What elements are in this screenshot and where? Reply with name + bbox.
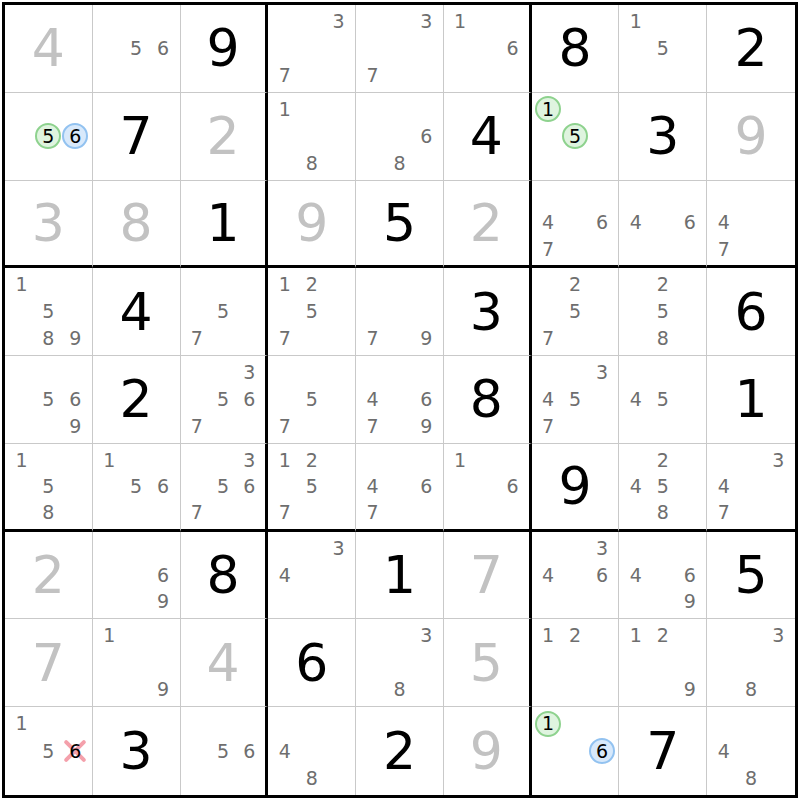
candidate-position: 5: [35, 123, 62, 150]
candidate-position: 8: [35, 499, 62, 525]
candidate-position: [271, 589, 298, 616]
candidate: 4: [542, 390, 554, 409]
candidate-position: [386, 386, 413, 413]
candidate-position: [123, 447, 150, 473]
cell-r1c4[interactable]: 37: [268, 5, 356, 93]
cell-r2c1[interactable]: 56: [5, 93, 93, 181]
candidate-position: [123, 62, 150, 89]
candidate-position: [325, 562, 352, 589]
candidate-position: [271, 535, 298, 562]
candidate-position: 7: [535, 413, 562, 440]
candidate-grid: 37: [268, 5, 355, 92]
cell-r7c5[interactable]: 1: [356, 532, 444, 620]
cell-r2c6[interactable]: 4: [444, 93, 532, 181]
candidate-position: [150, 649, 177, 676]
candidate-grid: 79: [356, 268, 443, 355]
cell-r4c6[interactable]: 3: [444, 268, 532, 356]
candidate-position: [535, 271, 562, 298]
candidate-position: [649, 184, 676, 210]
candidate-position: [184, 271, 210, 298]
cell-r9c5[interactable]: 2: [356, 707, 444, 795]
candidate: 6: [684, 213, 696, 232]
candidate-position: [96, 589, 123, 616]
candidate-position: 7: [359, 413, 386, 440]
candidate: 8: [306, 769, 318, 788]
candidate-position: [8, 737, 35, 764]
candidate-position: 3: [765, 447, 792, 473]
candidate-position: [35, 447, 62, 473]
candidate-position: [649, 649, 676, 676]
cell-r4c9[interactable]: 6: [707, 268, 795, 356]
cell-value: 9: [707, 93, 795, 180]
candidate: 6: [684, 566, 696, 585]
cell-r8c9[interactable]: 38: [707, 619, 795, 707]
candidate-position: [325, 325, 352, 352]
candidate-green-circle: 5: [562, 123, 588, 149]
candidate-position: [765, 710, 792, 737]
cell-value: 2: [707, 5, 795, 92]
candidate-position: 2: [562, 622, 589, 649]
candidate-position: [271, 35, 298, 62]
cell-r8c4[interactable]: 6: [268, 619, 356, 707]
cell-r2c7[interactable]: 15: [532, 93, 620, 181]
candidate: 1: [103, 451, 115, 470]
cell-r1c2[interactable]: 56: [93, 5, 181, 93]
cell-r9c1[interactable]: 156: [5, 707, 93, 795]
candidate: 3: [243, 451, 255, 470]
candidate-position: [649, 535, 676, 562]
candidate-position: [589, 184, 616, 210]
cell-r8c6[interactable]: 5: [444, 619, 532, 707]
candidate-position: [325, 96, 352, 123]
cell-r8c5[interactable]: 38: [356, 619, 444, 707]
candidate-position: [765, 649, 792, 676]
cell-r4c3[interactable]: 57: [181, 268, 269, 356]
cell-r7c6[interactable]: 7: [444, 532, 532, 620]
cell-value: 3: [619, 93, 706, 180]
candidate-position: 7: [271, 413, 298, 440]
cell-r5c2[interactable]: 2: [93, 356, 181, 444]
candidate-position: 5: [35, 298, 62, 325]
candidate-position: 7: [271, 325, 298, 352]
cell-r7c3[interactable]: 8: [181, 532, 269, 620]
candidate-position: [413, 298, 440, 325]
candidate-position: [62, 765, 89, 792]
candidate-position: [210, 765, 236, 792]
candidate-grid: 347: [707, 444, 795, 529]
cell-r8c2[interactable]: 19: [93, 619, 181, 707]
candidate-position: [765, 737, 792, 764]
cell-r2c9[interactable]: 9: [707, 93, 795, 181]
candidate-position: [325, 765, 352, 792]
candidate-position: [210, 271, 236, 298]
candidate-position: [737, 236, 764, 262]
cell-r3c6[interactable]: 2: [444, 181, 532, 269]
cell-r5c9[interactable]: 1: [707, 356, 795, 444]
candidate-position: 7: [535, 236, 562, 262]
candidate-position: [236, 271, 262, 298]
candidate-position: 8: [386, 150, 413, 177]
candidate: 2: [657, 626, 669, 645]
candidate-position: 5: [649, 35, 676, 62]
cell-r7c8[interactable]: 469: [619, 532, 707, 620]
cell-r5c3[interactable]: 3567: [181, 356, 269, 444]
candidate-grid: 1589: [5, 268, 92, 355]
candidate: 3: [772, 451, 784, 470]
candidate-position: 1: [447, 8, 473, 35]
candidate-position: [271, 765, 298, 792]
cell-r1c1[interactable]: 4: [5, 5, 93, 93]
cell-r9c9[interactable]: 48: [707, 707, 795, 795]
cell-r9c3[interactable]: 56: [181, 707, 269, 795]
cell-r3c8[interactable]: 46: [619, 181, 707, 269]
candidate-position: [386, 35, 413, 62]
candidate-position: [8, 765, 35, 792]
candidate: 7: [367, 417, 379, 436]
candidate-position: [765, 473, 792, 499]
candidate-position: [62, 710, 89, 737]
candidate-position: [499, 8, 525, 35]
candidate-position: [676, 359, 703, 386]
candidate-position: [8, 150, 35, 177]
candidate-position: [8, 96, 35, 123]
cell-r3c9[interactable]: 47: [707, 181, 795, 269]
cell-r2c4[interactable]: 18: [268, 93, 356, 181]
cell-r2c2[interactable]: 7: [93, 93, 181, 181]
candidate-position: [184, 765, 210, 792]
candidate: 8: [745, 769, 757, 788]
cell-r6c2[interactable]: 156: [93, 444, 181, 532]
candidate: 7: [542, 417, 554, 436]
candidate-position: [535, 150, 562, 177]
candidate-position: [96, 562, 123, 589]
candidate-position: [35, 413, 62, 440]
cell-r7c7[interactable]: 346: [532, 532, 620, 620]
candidate-position: [184, 447, 210, 473]
cell-value: 9: [181, 5, 266, 92]
candidate: 5: [657, 302, 669, 321]
cell-r8c7[interactable]: 12: [532, 619, 620, 707]
candidate-position: [676, 271, 703, 298]
candidate: 5: [306, 477, 318, 496]
candidate-position: 5: [649, 298, 676, 325]
candidate-position: [765, 184, 792, 210]
candidate-position: [535, 765, 562, 792]
candidate-position: [562, 649, 589, 676]
candidate-position: [499, 447, 525, 473]
candidate-position: [298, 413, 325, 440]
candidate-position: [96, 8, 123, 35]
candidate-position: 6: [413, 473, 440, 499]
candidate-position: [325, 359, 352, 386]
cell-r6c8[interactable]: 2458: [619, 444, 707, 532]
cell-r4c8[interactable]: 258: [619, 268, 707, 356]
candidate-position: 6: [236, 386, 262, 413]
candidate-position: [325, 271, 352, 298]
candidate-position: [473, 499, 499, 525]
cell-r6c9[interactable]: 347: [707, 444, 795, 532]
cell-r1c8[interactable]: 15: [619, 5, 707, 93]
candidate-position: 8: [298, 150, 325, 177]
candidate-position: [535, 589, 562, 616]
candidate: 9: [157, 680, 169, 699]
candidate-position: [123, 562, 150, 589]
candidate: 4: [630, 566, 642, 585]
cell-value: 1: [356, 532, 443, 619]
cell-r3c3[interactable]: 1: [181, 181, 269, 269]
candidate: 4: [542, 213, 554, 232]
cell-r8c3[interactable]: 4: [181, 619, 269, 707]
candidate-position: [298, 62, 325, 89]
candidate: 2: [306, 451, 318, 470]
cell-r9c2[interactable]: 3: [93, 707, 181, 795]
candidate-grid: 56: [93, 5, 180, 92]
candidate-position: 9: [413, 413, 440, 440]
candidate: 5: [569, 390, 581, 409]
cell-r3c5[interactable]: 5: [356, 181, 444, 269]
candidate-position: [359, 447, 386, 473]
candidate-position: [236, 710, 262, 737]
cell-r1c9[interactable]: 2: [707, 5, 795, 93]
candidate-position: [499, 62, 525, 89]
candidate-position: [271, 123, 298, 150]
candidate-position: 6: [62, 123, 89, 150]
candidate-position: 6: [413, 123, 440, 150]
cell-value: 7: [93, 93, 180, 180]
candidate-position: 7: [271, 499, 298, 525]
candidate-position: [622, 447, 649, 473]
candidate-position: 8: [649, 499, 676, 525]
candidate-position: 4: [271, 562, 298, 589]
cell-r6c3[interactable]: 3567: [181, 444, 269, 532]
candidate: 2: [569, 275, 581, 294]
candidate-grid: 45: [619, 356, 706, 443]
candidate-position: 9: [676, 589, 703, 616]
cell-r7c4[interactable]: 34: [268, 532, 356, 620]
candidate-position: 7: [359, 325, 386, 352]
candidate-grid: 156: [93, 444, 180, 529]
candidate: 8: [657, 503, 669, 522]
candidate-position: [96, 35, 123, 62]
candidate-position: [589, 236, 616, 262]
candidate-position: 3: [589, 535, 616, 562]
cell-r7c1[interactable]: 2: [5, 532, 93, 620]
candidate-position: [413, 359, 440, 386]
cell-r2c8[interactable]: 3: [619, 93, 707, 181]
candidate: 6: [243, 477, 255, 496]
cell-r4c5[interactable]: 79: [356, 268, 444, 356]
cell-r3c4[interactable]: 9: [268, 181, 356, 269]
candidate-position: [184, 298, 210, 325]
cell-r3c2[interactable]: 8: [93, 181, 181, 269]
cell-r3c7[interactable]: 467: [532, 181, 620, 269]
cell-r5c8[interactable]: 45: [619, 356, 707, 444]
candidate-position: [589, 325, 616, 352]
candidate-position: [622, 589, 649, 616]
cell-r5c4[interactable]: 57: [268, 356, 356, 444]
candidate: 3: [596, 363, 608, 382]
candidate-position: [96, 62, 123, 89]
candidate-position: [562, 184, 589, 210]
candidate-grid: 34: [268, 532, 355, 619]
candidate: 9: [157, 592, 169, 611]
cell-r6c5[interactable]: 467: [356, 444, 444, 532]
candidate-position: [271, 8, 298, 35]
cell-r9c6[interactable]: 9: [444, 707, 532, 795]
candidate: 5: [217, 302, 229, 321]
candidate-grid: 1257: [268, 444, 355, 529]
cell-r6c7[interactable]: 9: [532, 444, 620, 532]
candidate-position: 8: [298, 765, 325, 792]
candidate-position: 4: [622, 562, 649, 589]
candidate-position: [622, 325, 649, 352]
candidate-position: [236, 325, 262, 352]
candidate-position: 8: [737, 765, 764, 792]
candidate-position: 7: [184, 413, 210, 440]
candidate: 3: [243, 363, 255, 382]
cell-r1c3[interactable]: 9: [181, 5, 269, 93]
candidate-position: [765, 499, 792, 525]
cell-value: 4: [93, 268, 180, 355]
cell-r9c4[interactable]: 48: [268, 707, 356, 795]
candidate-position: 7: [710, 236, 737, 262]
candidate: 3: [333, 12, 345, 31]
candidate-position: [413, 649, 440, 676]
cell-value: 2: [181, 93, 266, 180]
candidate: 9: [69, 329, 81, 348]
cell-r2c5[interactable]: 68: [356, 93, 444, 181]
candidate-position: 2: [562, 271, 589, 298]
candidate-position: [622, 271, 649, 298]
candidate-position: [447, 473, 473, 499]
candidate-position: [210, 499, 236, 525]
cell-r2c3[interactable]: 2: [181, 93, 269, 181]
candidate-position: 1: [535, 96, 562, 123]
candidate-position: [622, 676, 649, 703]
cell-value: 2: [5, 532, 92, 619]
cell-r6c4[interactable]: 1257: [268, 444, 356, 532]
candidate-position: [210, 710, 236, 737]
candidate-position: 6: [499, 35, 525, 62]
candidate: 1: [279, 100, 291, 119]
candidate-position: 4: [535, 386, 562, 413]
cell-r8c1[interactable]: 7: [5, 619, 93, 707]
candidate-position: [386, 325, 413, 352]
candidate-grid: 1257: [268, 268, 355, 355]
cell-r9c8[interactable]: 7: [619, 707, 707, 795]
candidate-position: 6: [589, 210, 616, 236]
candidate-position: [271, 473, 298, 499]
cell-r7c2[interactable]: 69: [93, 532, 181, 620]
cell-value: 2: [93, 356, 180, 443]
candidate-position: [150, 622, 177, 649]
candidate: 5: [217, 742, 229, 761]
candidate-position: [737, 622, 764, 649]
candidate: 6: [157, 566, 169, 585]
candidate-position: 9: [676, 676, 703, 703]
cell-value: 3: [93, 707, 180, 795]
candidate-position: [298, 325, 325, 352]
cell-r4c7[interactable]: 257: [532, 268, 620, 356]
cell-r5c5[interactable]: 4679: [356, 356, 444, 444]
candidate-position: [473, 473, 499, 499]
cell-r8c8[interactable]: 129: [619, 619, 707, 707]
candidate: 4: [630, 477, 642, 496]
candidate-position: [622, 35, 649, 62]
candidate-position: 8: [35, 325, 62, 352]
cell-r6c6[interactable]: 16: [444, 444, 532, 532]
candidate-grid: 467: [356, 444, 443, 529]
candidate-position: [62, 499, 89, 525]
candidate: 2: [657, 275, 669, 294]
candidate-position: [386, 271, 413, 298]
cell-r1c6[interactable]: 16: [444, 5, 532, 93]
candidate-position: 5: [298, 386, 325, 413]
candidate: 5: [42, 742, 54, 761]
candidate: 2: [569, 626, 581, 645]
candidate: 4: [630, 213, 642, 232]
candidate-position: [589, 589, 616, 616]
candidate-grid: 3567: [181, 356, 266, 443]
cell-r5c1[interactable]: 569: [5, 356, 93, 444]
cell-r1c7[interactable]: 8: [532, 5, 620, 93]
candidate-position: [413, 271, 440, 298]
candidate: 9: [69, 417, 81, 436]
candidate-position: [62, 359, 89, 386]
candidate-position: [298, 96, 325, 123]
candidate-position: [649, 413, 676, 440]
candidate-position: [535, 676, 562, 703]
candidate-position: [589, 676, 616, 703]
candidate-position: [62, 473, 89, 499]
cell-r7c9[interactable]: 5: [707, 532, 795, 620]
candidate-position: 7: [710, 499, 737, 525]
cell-r5c7[interactable]: 3457: [532, 356, 620, 444]
candidate-grid: 467: [532, 181, 619, 266]
cell-r9c7[interactable]: 16: [532, 707, 620, 795]
candidate-position: [359, 8, 386, 35]
candidate-position: [271, 150, 298, 177]
candidate-grid: 56: [181, 707, 266, 795]
cell-r5c6[interactable]: 8: [444, 356, 532, 444]
cell-r4c1[interactable]: 1589: [5, 268, 93, 356]
candidate-position: [589, 150, 616, 177]
candidate-position: [649, 62, 676, 89]
candidate-position: [8, 473, 35, 499]
candidate-position: [473, 8, 499, 35]
candidate-position: [35, 96, 62, 123]
candidate-position: [562, 325, 589, 352]
cell-r4c2[interactable]: 4: [93, 268, 181, 356]
candidate-position: 9: [150, 676, 177, 703]
cell-r4c4[interactable]: 1257: [268, 268, 356, 356]
candidate-position: 1: [535, 622, 562, 649]
candidate-position: 4: [535, 210, 562, 236]
candidate-position: [96, 535, 123, 562]
candidate-position: [359, 676, 386, 703]
candidate-position: [8, 359, 35, 386]
candidate-position: 4: [622, 473, 649, 499]
candidate-position: 1: [535, 710, 562, 737]
candidate-position: [386, 649, 413, 676]
candidate-position: 7: [359, 62, 386, 89]
candidate-grid: 469: [619, 532, 706, 619]
candidate-position: [562, 210, 589, 236]
cell-r1c5[interactable]: 37: [356, 5, 444, 93]
cell-r6c1[interactable]: 158: [5, 444, 93, 532]
candidate-position: 6: [62, 737, 89, 764]
cell-r3c1[interactable]: 3: [5, 181, 93, 269]
